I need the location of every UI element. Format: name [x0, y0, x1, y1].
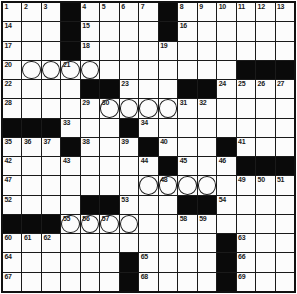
cell-r3c11[interactable] [198, 42, 216, 60]
cell-r13c9[interactable] [159, 234, 177, 252]
cell-r10c13[interactable]: 49 [237, 176, 255, 194]
clue-number: 26 [258, 80, 265, 88]
block-r11c6 [100, 196, 118, 214]
cell-r3c5[interactable]: 18 [81, 42, 99, 60]
block-r3c4 [61, 42, 79, 60]
cell-r4c7[interactable] [120, 61, 138, 79]
cell-r12c11[interactable]: 59 [198, 215, 216, 233]
cell-r6c10[interactable]: 31 [178, 99, 196, 117]
cell-r15c14[interactable] [256, 273, 274, 291]
cell-r8c2[interactable]: 36 [22, 138, 40, 156]
block-r9c13 [237, 157, 255, 175]
cell-r11c3[interactable] [42, 196, 60, 214]
clue-number: 42 [5, 157, 12, 165]
clue-number: 11 [238, 3, 245, 11]
cell-r8c3[interactable]: 37 [42, 138, 60, 156]
cell-r14c14[interactable] [256, 253, 274, 271]
clue-number: 61 [24, 234, 31, 242]
clue-number: 45 [180, 157, 187, 165]
block-r2c4 [61, 22, 79, 40]
block-r12c2 [22, 215, 40, 233]
cell-r15c9[interactable] [159, 273, 177, 291]
clue-number: 56 [82, 215, 89, 223]
cell-r7c12[interactable] [217, 119, 235, 137]
clue-number: 50 [258, 176, 265, 184]
cell-r7c10[interactable] [178, 119, 196, 137]
cell-r5c8[interactable] [139, 80, 157, 98]
clue-number: 37 [43, 138, 50, 146]
cell-r9c2[interactable] [22, 157, 40, 175]
cell-r8c13[interactable]: 41 [237, 138, 255, 156]
cell-r13c8[interactable] [139, 234, 157, 252]
cell-r1c10[interactable]: 8 [178, 3, 196, 21]
clue-number: 28 [5, 99, 12, 107]
cell-r15c11[interactable] [198, 273, 216, 291]
clue-number: 29 [82, 99, 89, 107]
clue-number: 52 [5, 196, 12, 204]
circle-marker [159, 99, 177, 117]
cell-r1c7[interactable]: 6 [120, 3, 138, 21]
cell-r2c1[interactable]: 14 [3, 22, 21, 40]
cell-r3c9[interactable]: 19 [159, 42, 177, 60]
cell-r14c6[interactable] [100, 253, 118, 271]
clue-number: 59 [199, 215, 206, 223]
cell-r2c15[interactable] [276, 22, 294, 40]
cell-r6c12[interactable] [217, 99, 235, 117]
cell-r9c8[interactable]: 44 [139, 157, 157, 175]
cell-r5c9[interactable] [159, 80, 177, 98]
clue-number: 48 [160, 176, 167, 184]
cell-r6c15[interactable] [276, 99, 294, 117]
cell-r9c11[interactable] [198, 157, 216, 175]
block-r8c12 [217, 138, 235, 156]
clue-number: 19 [160, 42, 167, 50]
cell-r9c7[interactable] [120, 157, 138, 175]
cell-r1c6[interactable]: 5 [100, 3, 118, 21]
cell-r6c1[interactable]: 28 [3, 99, 21, 117]
clue-number: 5 [102, 3, 106, 11]
cell-r5c14[interactable]: 26 [256, 80, 274, 98]
cell-r15c4[interactable] [61, 273, 79, 291]
cell-r6c13[interactable] [237, 99, 255, 117]
cell-r10c14[interactable]: 50 [256, 176, 274, 194]
cell-r11c12[interactable]: 54 [217, 196, 235, 214]
cell-r11c8[interactable] [139, 196, 157, 214]
clue-number: 58 [180, 215, 187, 223]
circle-marker [42, 61, 60, 79]
cell-r6c11[interactable]: 32 [198, 99, 216, 117]
clue-number: 66 [238, 253, 245, 261]
clue-number: 25 [238, 80, 245, 88]
cell-r14c9[interactable] [159, 253, 177, 271]
cell-r6c5[interactable]: 29 [81, 99, 99, 117]
cell-r5c7[interactable]: 23 [120, 80, 138, 98]
clue-number: 3 [43, 3, 47, 11]
clue-number: 15 [82, 22, 89, 30]
cell-r3c7[interactable] [120, 42, 138, 60]
cell-r1c8[interactable]: 7 [139, 3, 157, 21]
cell-r3c2[interactable] [22, 42, 40, 60]
cell-r6c2[interactable] [22, 99, 40, 117]
cell-r13c7[interactable] [120, 234, 138, 252]
cell-r4c3[interactable] [42, 61, 60, 79]
clue-number: 41 [238, 138, 245, 146]
clue-number: 55 [63, 215, 70, 223]
cell-r8c6[interactable] [100, 138, 118, 156]
clue-number: 44 [141, 157, 148, 165]
block-r7c3 [42, 119, 60, 137]
cell-r2c7[interactable] [120, 22, 138, 40]
block-r9c15 [276, 157, 294, 175]
crossword-page: 1234567891011121314151617181920212223242… [0, 0, 297, 294]
circle-marker [178, 176, 196, 194]
cell-r14c10[interactable] [178, 253, 196, 271]
cell-r4c8[interactable] [139, 61, 157, 79]
cell-r15c2[interactable] [22, 273, 40, 291]
circle-marker [139, 99, 157, 117]
clue-number: 34 [141, 119, 148, 127]
block-r8c8 [139, 138, 157, 156]
cell-r6c7[interactable] [120, 99, 138, 117]
block-r4c13 [237, 61, 255, 79]
cell-r3c10[interactable] [178, 42, 196, 60]
cell-r1c15[interactable]: 13 [276, 3, 294, 21]
cell-r5c1[interactable]: 22 [3, 80, 21, 98]
cell-r4c12[interactable] [217, 61, 235, 79]
cell-r13c6[interactable] [100, 234, 118, 252]
clue-number: 10 [219, 3, 226, 11]
cell-r9c6[interactable] [100, 157, 118, 175]
block-r2c9 [159, 22, 177, 40]
cell-r6c9[interactable] [159, 99, 177, 117]
cell-r13c4[interactable] [61, 234, 79, 252]
cell-r6c3[interactable] [42, 99, 60, 117]
cell-r15c6[interactable] [100, 273, 118, 291]
block-r15c7 [120, 273, 138, 291]
cell-r8c5[interactable]: 38 [81, 138, 99, 156]
cell-r12c7[interactable] [120, 215, 138, 233]
cell-r3c1[interactable]: 17 [3, 42, 21, 60]
clue-number: 20 [5, 61, 12, 69]
cell-r3c13[interactable] [237, 42, 255, 60]
block-r11c10 [178, 196, 196, 214]
cell-r11c2[interactable] [22, 196, 40, 214]
cell-r11c15[interactable] [276, 196, 294, 214]
cell-r2c11[interactable] [198, 22, 216, 40]
block-r14c7 [120, 253, 138, 271]
clue-number: 30 [102, 99, 109, 107]
clue-number: 40 [160, 138, 167, 146]
cell-r14c13[interactable]: 66 [237, 253, 255, 271]
clue-number: 33 [63, 119, 70, 127]
clue-number: 49 [238, 176, 245, 184]
cell-r10c4[interactable] [61, 176, 79, 194]
cell-r4c2[interactable] [22, 61, 40, 79]
cell-r14c1[interactable]: 64 [3, 253, 21, 271]
block-r1c9 [159, 3, 177, 21]
cell-r1c1[interactable]: 1 [3, 3, 21, 21]
cell-r12c6[interactable]: 57 [100, 215, 118, 233]
circle-marker [198, 176, 216, 194]
clue-number: 12 [258, 3, 265, 11]
cell-r10c10[interactable] [178, 176, 196, 194]
cell-r15c1[interactable]: 67 [3, 273, 21, 291]
cell-r11c4[interactable] [61, 196, 79, 214]
cell-r11c1[interactable]: 52 [3, 196, 21, 214]
circle-marker [120, 215, 138, 233]
crossword-grid: 1234567891011121314151617181920212223242… [1, 1, 296, 293]
cell-r2c12[interactable] [217, 22, 235, 40]
circle-marker [120, 99, 138, 117]
clue-number: 27 [277, 80, 284, 88]
clue-number: 24 [219, 80, 226, 88]
cell-r11c14[interactable] [256, 196, 274, 214]
clue-number: 46 [219, 157, 226, 165]
cell-r11c7[interactable]: 53 [120, 196, 138, 214]
cell-r2c8[interactable] [139, 22, 157, 40]
block-r5c5 [81, 80, 99, 98]
cell-r12c9[interactable] [159, 215, 177, 233]
cell-r2c2[interactable] [22, 22, 40, 40]
clue-number: 54 [219, 196, 226, 204]
cell-r4c11[interactable] [198, 61, 216, 79]
block-r4c15 [276, 61, 294, 79]
cell-r13c14[interactable] [256, 234, 274, 252]
cell-r14c5[interactable] [81, 253, 99, 271]
cell-r3c12[interactable] [217, 42, 235, 60]
cell-r4c9[interactable] [159, 61, 177, 79]
block-r12c3 [42, 215, 60, 233]
cell-r14c11[interactable] [198, 253, 216, 271]
cell-r12c14[interactable] [256, 215, 274, 233]
cell-r13c10[interactable] [178, 234, 196, 252]
cell-r4c10[interactable] [178, 61, 196, 79]
cell-r4c5[interactable] [81, 61, 99, 79]
cell-r5c3[interactable] [42, 80, 60, 98]
clue-number: 36 [24, 138, 31, 146]
cell-r7c15[interactable] [276, 119, 294, 137]
cell-r8c11[interactable] [198, 138, 216, 156]
clue-number: 64 [5, 253, 12, 261]
cell-r15c5[interactable] [81, 273, 99, 291]
cell-r15c3[interactable] [42, 273, 60, 291]
cell-r14c15[interactable] [276, 253, 294, 271]
cell-r9c3[interactable] [42, 157, 60, 175]
block-r5c11 [198, 80, 216, 98]
clue-number: 21 [63, 61, 70, 69]
cell-r12c10[interactable]: 58 [178, 215, 196, 233]
cell-r7c14[interactable] [256, 119, 274, 137]
cell-r5c2[interactable] [22, 80, 40, 98]
cell-r13c1[interactable]: 60 [3, 234, 21, 252]
cell-r12c12[interactable] [217, 215, 235, 233]
cell-r13c5[interactable] [81, 234, 99, 252]
cell-r10c6[interactable] [100, 176, 118, 194]
cell-r4c1[interactable]: 20 [3, 61, 21, 79]
clue-number: 6 [121, 3, 125, 11]
clue-number: 60 [5, 234, 12, 242]
cell-r13c11[interactable] [198, 234, 216, 252]
cell-r1c5[interactable]: 4 [81, 3, 99, 21]
clue-number: 65 [141, 253, 148, 261]
cell-r1c3[interactable]: 3 [42, 3, 60, 21]
clue-number: 7 [141, 3, 145, 11]
circle-marker [22, 61, 40, 79]
cell-r12c15[interactable] [276, 215, 294, 233]
cell-r10c8[interactable] [139, 176, 157, 194]
cell-r10c1[interactable]: 47 [3, 176, 21, 194]
clue-number: 1 [5, 3, 9, 11]
cell-r5c4[interactable] [61, 80, 79, 98]
cell-r10c9[interactable]: 48 [159, 176, 177, 194]
cell-r13c13[interactable]: 63 [237, 234, 255, 252]
cell-r14c8[interactable]: 65 [139, 253, 157, 271]
cell-r1c14[interactable]: 12 [256, 3, 274, 21]
cell-r15c13[interactable]: 69 [237, 273, 255, 291]
cell-r7c8[interactable]: 34 [139, 119, 157, 137]
clue-number: 47 [5, 176, 12, 184]
cell-r7c13[interactable] [237, 119, 255, 137]
cell-r15c15[interactable] [276, 273, 294, 291]
cell-r8c9[interactable]: 40 [159, 138, 177, 156]
cell-r12c8[interactable] [139, 215, 157, 233]
cell-r5c12[interactable]: 24 [217, 80, 235, 98]
block-r11c11 [198, 196, 216, 214]
cell-r10c12[interactable] [217, 176, 235, 194]
clue-number: 14 [5, 22, 12, 30]
clue-number: 67 [5, 273, 12, 281]
block-r8c4 [61, 138, 79, 156]
cell-r9c4[interactable]: 43 [61, 157, 79, 175]
clue-number: 39 [121, 138, 128, 146]
cell-r3c15[interactable] [276, 42, 294, 60]
cell-r10c11[interactable] [198, 176, 216, 194]
cell-r3c14[interactable] [256, 42, 274, 60]
cell-r12c13[interactable] [237, 215, 255, 233]
clue-number: 4 [82, 3, 86, 11]
clue-number: 17 [5, 42, 12, 50]
cell-r4c6[interactable] [100, 61, 118, 79]
block-r11c5 [81, 196, 99, 214]
block-r7c7 [120, 119, 138, 137]
clue-number: 51 [277, 176, 284, 184]
cell-r3c3[interactable] [42, 42, 60, 60]
cell-r1c11[interactable]: 9 [198, 3, 216, 21]
cell-r8c15[interactable] [276, 138, 294, 156]
cell-r14c2[interactable] [22, 253, 40, 271]
cell-r7c4[interactable]: 33 [61, 119, 79, 137]
clue-number: 9 [199, 3, 203, 11]
cell-r3c6[interactable] [100, 42, 118, 60]
cell-r11c9[interactable] [159, 196, 177, 214]
cell-r10c3[interactable] [42, 176, 60, 194]
cell-r10c2[interactable] [22, 176, 40, 194]
cell-r8c1[interactable]: 35 [3, 138, 21, 156]
cell-r1c2[interactable]: 2 [22, 3, 40, 21]
block-r15c12 [217, 273, 235, 291]
cell-r6c6[interactable]: 30 [100, 99, 118, 117]
cell-r8c14[interactable] [256, 138, 274, 156]
circle-marker [139, 176, 157, 194]
cell-r5c13[interactable]: 25 [237, 80, 255, 98]
clue-number: 57 [102, 215, 109, 223]
clue-number: 2 [24, 3, 28, 11]
cell-r13c15[interactable] [276, 234, 294, 252]
cell-r9c5[interactable] [81, 157, 99, 175]
cell-r11c13[interactable] [237, 196, 255, 214]
cell-r1c12[interactable]: 10 [217, 3, 235, 21]
clue-number: 22 [5, 80, 12, 88]
cell-r2c10[interactable]: 16 [178, 22, 196, 40]
cell-r14c4[interactable] [61, 253, 79, 271]
cell-r15c8[interactable]: 68 [139, 273, 157, 291]
cell-r7c9[interactable] [159, 119, 177, 137]
cell-r7c5[interactable] [81, 119, 99, 137]
cell-r15c10[interactable] [178, 273, 196, 291]
cell-r4c4[interactable]: 21 [61, 61, 79, 79]
cell-r8c10[interactable] [178, 138, 196, 156]
clue-number: 13 [277, 3, 284, 11]
clue-number: 32 [199, 99, 206, 107]
clue-number: 18 [82, 42, 89, 50]
cell-r2c5[interactable]: 15 [81, 22, 99, 40]
clue-number: 53 [121, 196, 128, 204]
cell-r3c8[interactable] [139, 42, 157, 60]
clue-number: 8 [180, 3, 184, 11]
clue-number: 43 [63, 157, 70, 165]
block-r7c2 [22, 119, 40, 137]
cell-r9c12[interactable]: 46 [217, 157, 235, 175]
cell-r12c4[interactable]: 55 [61, 215, 79, 233]
cell-r7c6[interactable] [100, 119, 118, 137]
cell-r6c14[interactable] [256, 99, 274, 117]
block-r5c6 [100, 80, 118, 98]
cell-r10c15[interactable]: 51 [276, 176, 294, 194]
block-r1c4 [61, 3, 79, 21]
cell-r6c4[interactable] [61, 99, 79, 117]
cell-r2c14[interactable] [256, 22, 274, 40]
clue-number: 69 [238, 273, 245, 281]
block-r7c1 [3, 119, 21, 137]
circle-marker [81, 61, 99, 79]
cell-r1c13[interactable]: 11 [237, 3, 255, 21]
cell-r10c5[interactable] [81, 176, 99, 194]
cell-r7c11[interactable] [198, 119, 216, 137]
cell-r13c3[interactable]: 62 [42, 234, 60, 252]
clue-number: 38 [82, 138, 89, 146]
block-r9c14 [256, 157, 274, 175]
cell-r10c7[interactable] [120, 176, 138, 194]
block-r5c10 [178, 80, 196, 98]
clue-number: 63 [238, 234, 245, 242]
clue-number: 16 [180, 22, 187, 30]
cell-r2c6[interactable] [100, 22, 118, 40]
cell-r5c15[interactable]: 27 [276, 80, 294, 98]
cell-r12c5[interactable]: 56 [81, 215, 99, 233]
clue-number: 68 [141, 273, 148, 281]
block-r13c12 [217, 234, 235, 252]
cell-r9c1[interactable]: 42 [3, 157, 21, 175]
cell-r6c8[interactable] [139, 99, 157, 117]
cell-r8c7[interactable]: 39 [120, 138, 138, 156]
cell-r2c3[interactable] [42, 22, 60, 40]
cell-r2c13[interactable] [237, 22, 255, 40]
cell-r13c2[interactable]: 61 [22, 234, 40, 252]
cell-r9c10[interactable]: 45 [178, 157, 196, 175]
block-r9c9 [159, 157, 177, 175]
cell-r14c3[interactable] [42, 253, 60, 271]
block-r12c1 [3, 215, 21, 233]
